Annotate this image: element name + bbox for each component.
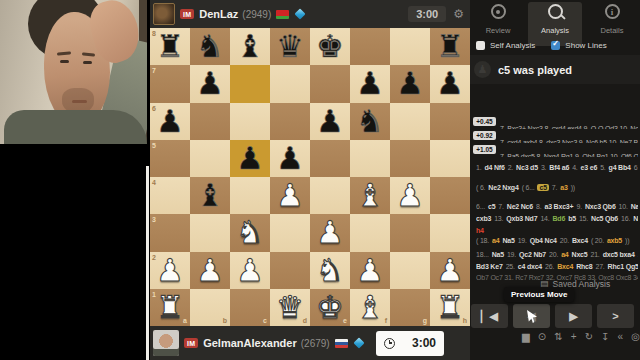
square-e1[interactable]: e♚ xyxy=(310,289,350,326)
square-d7[interactable] xyxy=(270,65,310,102)
square-d8[interactable]: ♛ xyxy=(270,28,310,65)
share-icon[interactable]: « xyxy=(618,330,624,343)
square-b1[interactable]: b xyxy=(190,289,230,326)
square-f3[interactable] xyxy=(350,214,390,251)
black-pawn[interactable]: ♟ xyxy=(350,65,390,102)
move-token[interactable]: Rhc8 xyxy=(576,263,592,270)
engine-line-moves: 7. Bxc3+ Nxc3 8. cxd4 exd4 9. O-O Qd3 10… xyxy=(500,123,638,129)
black-knight[interactable]: ♞ xyxy=(350,103,390,140)
focus-mode-icon[interactable]: ◎ xyxy=(631,330,640,343)
avatar xyxy=(153,3,175,25)
move-token[interactable]: Ne2 Nxg4 xyxy=(488,184,518,191)
square-c3[interactable]: ♞ xyxy=(230,214,270,251)
white-knight[interactable]: ♞ xyxy=(310,252,350,289)
square-f1[interactable]: f♝ xyxy=(350,289,390,326)
premium-diamond-icon xyxy=(295,8,306,19)
move-row: 18...Na519.Qc2 Nb720.a4Nxc521.dxc5 bxa42… xyxy=(476,250,638,260)
move-row: Bd3 Ke725.c4 dxc426.Bxc4Rhc827.Rhc1 Qg52… xyxy=(476,262,638,272)
add-line-icon[interactable]: + xyxy=(571,330,577,343)
move-token[interactable]: Na4 Qa5+ xyxy=(631,203,638,210)
player-rating: (2949) xyxy=(242,9,271,20)
analysis-icon xyxy=(548,4,563,19)
file-label: b xyxy=(223,317,227,324)
bottom-player-clock: 3:00 xyxy=(376,331,444,356)
move-token[interactable]: cxb3 xyxy=(476,215,491,222)
file-label: e xyxy=(343,317,347,324)
square-b8[interactable]: ♞ xyxy=(190,28,230,65)
square-h7[interactable]: ♟ xyxy=(430,65,470,102)
move-token[interactable]: e3 e6 xyxy=(581,164,598,171)
white-knight[interactable]: ♞ xyxy=(230,214,270,251)
move-number: 7. xyxy=(498,203,503,210)
black-bishop[interactable]: ♝ xyxy=(190,177,230,214)
rank-label: 5 xyxy=(152,142,156,149)
move-token[interactable]: a4 xyxy=(561,251,568,258)
square-e2[interactable]: ♞ xyxy=(310,252,350,289)
move-navigation: ▏◀◀▶> xyxy=(471,304,639,328)
black-pawn[interactable]: ♟ xyxy=(270,140,310,177)
square-h4[interactable] xyxy=(430,177,470,214)
move-number: 9. xyxy=(576,203,581,210)
square-a5[interactable]: 5 xyxy=(150,140,190,177)
file-label: d xyxy=(303,317,307,324)
white-pawn[interactable]: ♟ xyxy=(150,252,190,289)
square-a1[interactable]: 1a♜ xyxy=(150,289,190,326)
russia-flag-icon xyxy=(335,339,348,348)
move-token[interactable]: Nxd7 Bxd xyxy=(633,215,638,222)
square-c1[interactable]: c xyxy=(230,289,270,326)
square-b4[interactable]: ♝ xyxy=(190,177,230,214)
square-e3[interactable]: ♟ xyxy=(310,214,350,251)
square-c2[interactable]: ♟ xyxy=(230,252,270,289)
white-pawn[interactable]: ♟ xyxy=(430,252,470,289)
rank-label: 2 xyxy=(152,254,156,261)
app-window: IM DenLaz (2949) 3:00 ⚙ 8♜♞♝♛♚♜7♟♟♟♟6♟♟♞… xyxy=(0,0,640,360)
square-h6[interactable] xyxy=(430,103,470,140)
square-g1[interactable]: g xyxy=(390,289,430,326)
square-a7[interactable]: 7 xyxy=(150,65,190,102)
self-analysis-checkbox[interactable] xyxy=(476,41,485,50)
move-token[interactable]: b5 xyxy=(568,215,576,222)
engine-line-2[interactable]: +0.927. cxd4 axb4 8. dxc3 Nxc3 9. Nc6 b5… xyxy=(473,131,638,143)
white-pawn[interactable]: ♟ xyxy=(190,252,230,289)
move-token[interactable]: g4 Bb4 xyxy=(609,164,631,171)
move-token[interactable]: a3 xyxy=(560,184,567,191)
square-g2[interactable] xyxy=(390,252,430,289)
top-player-clock: 3:00 xyxy=(408,6,446,22)
black-king[interactable]: ♚ xyxy=(310,28,350,65)
square-g3[interactable] xyxy=(390,214,430,251)
square-c5[interactable]: ♟ xyxy=(230,140,270,177)
premium-diamond-icon xyxy=(353,337,364,348)
square-b7[interactable]: ♟ xyxy=(190,65,230,102)
square-d6[interactable] xyxy=(270,103,310,140)
move-number: )) xyxy=(625,237,629,244)
go-to-start-button[interactable]: ▏◀ xyxy=(471,304,508,328)
move-token[interactable]: axb5 xyxy=(607,237,622,244)
rank-label: 3 xyxy=(152,216,156,223)
move-row: ( 18.a4Na519.Qb4 Nc420.Bxc4( 20.axb5)) xyxy=(476,236,638,246)
move-number: 8. xyxy=(536,203,541,210)
black-bishop[interactable]: ♝ xyxy=(230,28,270,65)
square-a4[interactable]: 4 xyxy=(150,177,190,214)
move-number: 13. xyxy=(494,215,503,222)
move-number: 1. xyxy=(476,164,481,171)
black-queen[interactable]: ♛ xyxy=(270,28,310,65)
move-token[interactable]: c5 xyxy=(488,203,495,210)
square-f6[interactable]: ♞ xyxy=(350,103,390,140)
game-area: IM DenLaz (2949) 3:00 ⚙ 8♜♞♝♛♚♜7♟♟♟♟6♟♟♞… xyxy=(150,0,470,360)
evaluation-badge: +0.92 xyxy=(473,131,496,140)
engine-line-3[interactable]: +1.057. Ba5 dxc5 8. Nxg4 Rg1 9. Qh4 Bg1 … xyxy=(473,145,638,157)
mouse-cursor xyxy=(527,310,537,323)
move-number: ( 20. xyxy=(591,237,604,244)
flip-board-icon[interactable]: ⇅ xyxy=(554,330,562,343)
engine-line-moves: 7. Ba5 dxc5 8. Nxg4 Rg1 9. Qh4 Bg1 10. Q… xyxy=(500,151,638,157)
engine-line-1[interactable]: +0.457. Bxc3+ Nxc3 8. cxd4 exd4 9. O-O Q… xyxy=(473,117,638,129)
square-a8[interactable]: 8♜ xyxy=(150,28,190,65)
square-c7[interactable] xyxy=(230,65,270,102)
move-number: 27. xyxy=(595,263,604,270)
engine-line-moves: 7. cxd4 axb4 8. dxc3 Nxc3 9. Nc6 b5 10. … xyxy=(500,137,638,143)
square-b5[interactable] xyxy=(190,140,230,177)
avatar xyxy=(153,330,179,356)
white-pawn[interactable]: ♟ xyxy=(270,177,310,214)
move-token[interactable]: c4 dxc4 xyxy=(518,263,542,270)
move-played-banner: ♟ c5 was played xyxy=(470,55,640,84)
square-c8[interactable]: ♝ xyxy=(230,28,270,65)
show-lines-label[interactable]: Show Lines xyxy=(565,41,606,50)
settings-gear-icon[interactable]: ⚙ xyxy=(453,7,464,21)
square-g5[interactable] xyxy=(390,140,430,177)
tab-analysis[interactable]: Analysis xyxy=(527,4,583,35)
move-token[interactable]: a4 xyxy=(492,237,499,244)
white-pawn[interactable]: ♟ xyxy=(390,177,430,214)
square-a3[interactable]: 3 xyxy=(150,214,190,251)
reset-icon[interactable]: ↻ xyxy=(585,330,593,343)
tab-review[interactable]: Review xyxy=(470,4,526,35)
square-e7[interactable] xyxy=(310,65,350,102)
analysis-tools: ▆⊙⇅+↻↧«◎ xyxy=(522,330,640,343)
details-icon: i xyxy=(605,4,620,19)
move-number: )) xyxy=(571,184,575,191)
rank-label: 7 xyxy=(152,67,156,74)
move-token[interactable]: Qb4 Nc4 xyxy=(530,237,557,244)
square-g6[interactable] xyxy=(390,103,430,140)
move-number: 6... xyxy=(476,203,485,210)
square-c4[interactable] xyxy=(230,177,270,214)
square-g4[interactable]: ♟ xyxy=(390,177,430,214)
white-pawn[interactable]: ♟ xyxy=(310,214,350,251)
move-number: 21. xyxy=(590,251,599,258)
move-number: 2. xyxy=(508,164,513,171)
title-badge: IM xyxy=(180,9,194,19)
go-to-end-button[interactable]: > xyxy=(597,304,634,328)
move-row: 6...c57.Ne2 Nc68.a3 Bxc3+9.Nxc3 Qb610.Na… xyxy=(476,202,638,212)
video-edge-line xyxy=(146,166,149,360)
square-g8[interactable] xyxy=(390,28,430,65)
pawn-icon: ♟ xyxy=(474,61,491,78)
square-e5[interactable] xyxy=(310,140,350,177)
square-c6[interactable] xyxy=(230,103,270,140)
move-number: 6. xyxy=(634,164,638,171)
webcam-video xyxy=(0,0,147,144)
move-number: 16. xyxy=(621,215,630,222)
webcam-person-sweater xyxy=(4,110,147,144)
move-number: 20. xyxy=(549,251,558,258)
move-token[interactable]: Na5 xyxy=(502,237,514,244)
bottom-player-bar: IM GelmanAlexander (2679) 3:00 xyxy=(150,326,470,360)
square-h3[interactable] xyxy=(430,214,470,251)
square-b2[interactable]: ♟ xyxy=(190,252,230,289)
square-a2[interactable]: 2♟ xyxy=(150,252,190,289)
white-pawn[interactable]: ♟ xyxy=(350,252,390,289)
square-f4[interactable]: ♝ xyxy=(350,177,390,214)
square-f5[interactable] xyxy=(350,140,390,177)
next-move-button[interactable]: ▶ xyxy=(555,304,592,328)
move-token[interactable]: Bf4 a6 xyxy=(549,164,569,171)
square-g7[interactable]: ♟ xyxy=(390,65,430,102)
move-number: 14. xyxy=(540,215,549,222)
black-pawn[interactable]: ♟ xyxy=(190,65,230,102)
player-name[interactable]: DenLaz xyxy=(199,8,238,20)
square-d1[interactable]: d♛ xyxy=(270,289,310,326)
move-token[interactable]: d4 Nf6 xyxy=(484,164,504,171)
square-h8[interactable]: ♜ xyxy=(430,28,470,65)
move-token[interactable]: a3 Bxc3+ xyxy=(544,203,573,210)
move-number: ( 6... xyxy=(522,184,535,191)
evaluation-chart-icon[interactable]: ▆ xyxy=(522,330,530,343)
belarus-flag-icon xyxy=(276,10,289,19)
move-token[interactable]: Bd3 Ke7 xyxy=(476,263,503,270)
download-icon[interactable]: ↧ xyxy=(601,330,609,343)
square-e6[interactable]: ♟ xyxy=(310,103,350,140)
black-rook[interactable]: ♜ xyxy=(430,28,470,65)
move-number: 15. xyxy=(579,215,588,222)
move-token[interactable]: Rhc1 Qg5 xyxy=(608,263,638,270)
move-token[interactable]: Bxc4 xyxy=(572,237,588,244)
move-token[interactable]: Bxc4 xyxy=(557,263,573,270)
move-number: 20. xyxy=(560,237,569,244)
rank-label: 4 xyxy=(152,179,156,186)
move-token[interactable]: Ne2 Nc6 xyxy=(507,203,533,210)
square-b3[interactable] xyxy=(190,214,230,251)
chess-board: 8♜♞♝♛♚♜7♟♟♟♟6♟♟♞5♟♟4♝♟♝♟3♞♟2♟♟♟♞♟♟1a♜bcd… xyxy=(150,28,470,326)
move-number: 5. xyxy=(600,164,605,171)
tab-details[interactable]: i Details xyxy=(584,4,640,35)
move-number: ( 18. xyxy=(476,237,489,244)
move-token[interactable]: Bd6 xyxy=(553,215,566,222)
black-pawn[interactable]: ♟ xyxy=(430,65,470,102)
square-h1[interactable]: h♜ xyxy=(430,289,470,326)
move-token[interactable]: c5 xyxy=(537,184,548,191)
move-token[interactable]: Nxc3 Qb6 xyxy=(585,203,616,210)
evaluation-badge: +1.05 xyxy=(473,145,496,154)
file-label: f xyxy=(385,317,387,324)
square-e4[interactable] xyxy=(310,177,350,214)
move-token[interactable]: Na5 xyxy=(492,251,504,258)
move-row: ( 6.Ne2 Nxg4( 6...c57.a3)) xyxy=(476,183,638,193)
self-analysis-label[interactable]: Self Analysis xyxy=(490,41,535,50)
move-token[interactable]: Nc3 d5 xyxy=(516,164,538,171)
square-d2[interactable] xyxy=(270,252,310,289)
move-row: cxb313.Qxb3 Nd714.Bd6b515.Nc5 Qb616.Nxd7… xyxy=(476,214,638,224)
square-b6[interactable] xyxy=(190,103,230,140)
previous-move-tooltip: Previous Move xyxy=(504,287,574,302)
rank-label: 6 xyxy=(152,105,156,112)
move-number: 10. xyxy=(619,203,628,210)
move-token[interactable]: Qxb3 Nd7 xyxy=(506,215,537,222)
square-h5[interactable] xyxy=(430,140,470,177)
show-lines-checkbox[interactable] xyxy=(551,41,560,50)
move-token[interactable]: h4 xyxy=(476,227,484,234)
black-pawn[interactable]: ♟ xyxy=(390,65,430,102)
move-token[interactable]: dxc5 bxa4 xyxy=(603,251,635,258)
move-number: ( 6. xyxy=(476,184,485,191)
white-bishop[interactable]: ♝ xyxy=(350,177,390,214)
move-number: 7. xyxy=(552,184,557,191)
rank-label: 8 xyxy=(152,30,156,37)
analysis-options: Self Analysis Show Lines xyxy=(476,38,640,52)
threats-icon[interactable]: ⊙ xyxy=(538,330,546,343)
move-number: 18... xyxy=(476,251,489,258)
black-pawn[interactable]: ♟ xyxy=(230,140,270,177)
square-f2[interactable]: ♟ xyxy=(350,252,390,289)
analysis-panel: Review Analysis i Details Self Analysis … xyxy=(470,0,640,360)
move-number: 19. xyxy=(518,237,527,244)
square-f7[interactable]: ♟ xyxy=(350,65,390,102)
move-number: 26. xyxy=(545,263,554,270)
square-d5[interactable]: ♟ xyxy=(270,140,310,177)
black-pawn[interactable]: ♟ xyxy=(150,103,190,140)
move-row: 1.d4 Nf62.Nc3 d53.Bf4 a64.e3 e65.g4 Bb46… xyxy=(476,163,638,173)
clock-icon xyxy=(384,338,395,349)
move-number: 4. xyxy=(572,164,577,171)
move-token[interactable]: Qc2 Nb7 xyxy=(519,251,546,258)
review-icon xyxy=(491,4,506,19)
square-f8[interactable] xyxy=(350,28,390,65)
file-label: a xyxy=(183,317,187,324)
square-e8[interactable]: ♚ xyxy=(310,28,350,65)
move-number: 3. xyxy=(541,164,546,171)
evaluation-badge: +0.45 xyxy=(473,117,496,126)
top-player-bar: IM DenLaz (2949) 3:00 ⚙ xyxy=(150,0,470,28)
black-pawn[interactable]: ♟ xyxy=(310,103,350,140)
black-knight[interactable]: ♞ xyxy=(190,28,230,65)
player-name[interactable]: GelmanAlexander xyxy=(203,337,297,349)
square-d3[interactable] xyxy=(270,214,310,251)
move-number: 25. xyxy=(506,263,515,270)
square-a6[interactable]: 6♟ xyxy=(150,103,190,140)
move-number: 19. xyxy=(507,251,516,258)
square-h2[interactable]: ♟ xyxy=(430,252,470,289)
move-played-text: c5 was played xyxy=(498,64,572,76)
square-d4[interactable]: ♟ xyxy=(270,177,310,214)
file-label: g xyxy=(423,317,427,324)
file-label: h xyxy=(463,317,467,324)
player-rating: (2679) xyxy=(301,338,330,349)
move-token[interactable]: Nc5 Qb6 xyxy=(591,215,618,222)
black-rook[interactable]: ♜ xyxy=(150,28,190,65)
rank-label: 1 xyxy=(152,291,156,298)
move-token[interactable]: Nxc5 xyxy=(572,251,588,258)
file-label: c xyxy=(263,317,267,324)
previous-move-button[interactable]: ◀ xyxy=(513,304,550,328)
title-badge: IM xyxy=(184,338,198,348)
move-row: h4 xyxy=(476,226,638,236)
white-pawn[interactable]: ♟ xyxy=(230,252,270,289)
